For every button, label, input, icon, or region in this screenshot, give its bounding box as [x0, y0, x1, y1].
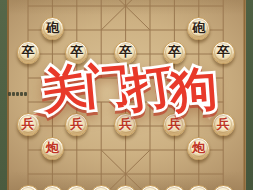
video-frame: 砲砲卒卒卒卒卒兵兵兵兵兵炮炮 ✦ ✦ 关门打狗 — [0, 0, 253, 190]
red-piece-炮[interactable]: 炮 — [187, 137, 210, 160]
black-piece-砲[interactable]: 砲 — [187, 17, 210, 40]
piece-character: 砲 — [192, 21, 205, 34]
piece-character: 炮 — [192, 141, 205, 154]
caption-char: 门 — [81, 53, 129, 120]
black-piece-砲[interactable]: 砲 — [41, 17, 64, 40]
piece-character: 卒 — [22, 45, 35, 58]
piece-character: 卒 — [168, 45, 181, 58]
piece-character: 炮 — [46, 141, 59, 154]
piece-character: 卒 — [217, 45, 230, 58]
caption-char: 关 — [36, 55, 88, 124]
red-piece-炮[interactable]: 炮 — [41, 137, 64, 160]
right-letterbox-strip — [246, 0, 253, 190]
caption-char: 打 — [122, 54, 173, 122]
caption-char: 狗 — [167, 58, 214, 124]
caption-title: 关门打狗 — [0, 57, 253, 120]
left-letterbox-strip — [0, 0, 7, 190]
piece-character: 砲 — [46, 21, 59, 34]
